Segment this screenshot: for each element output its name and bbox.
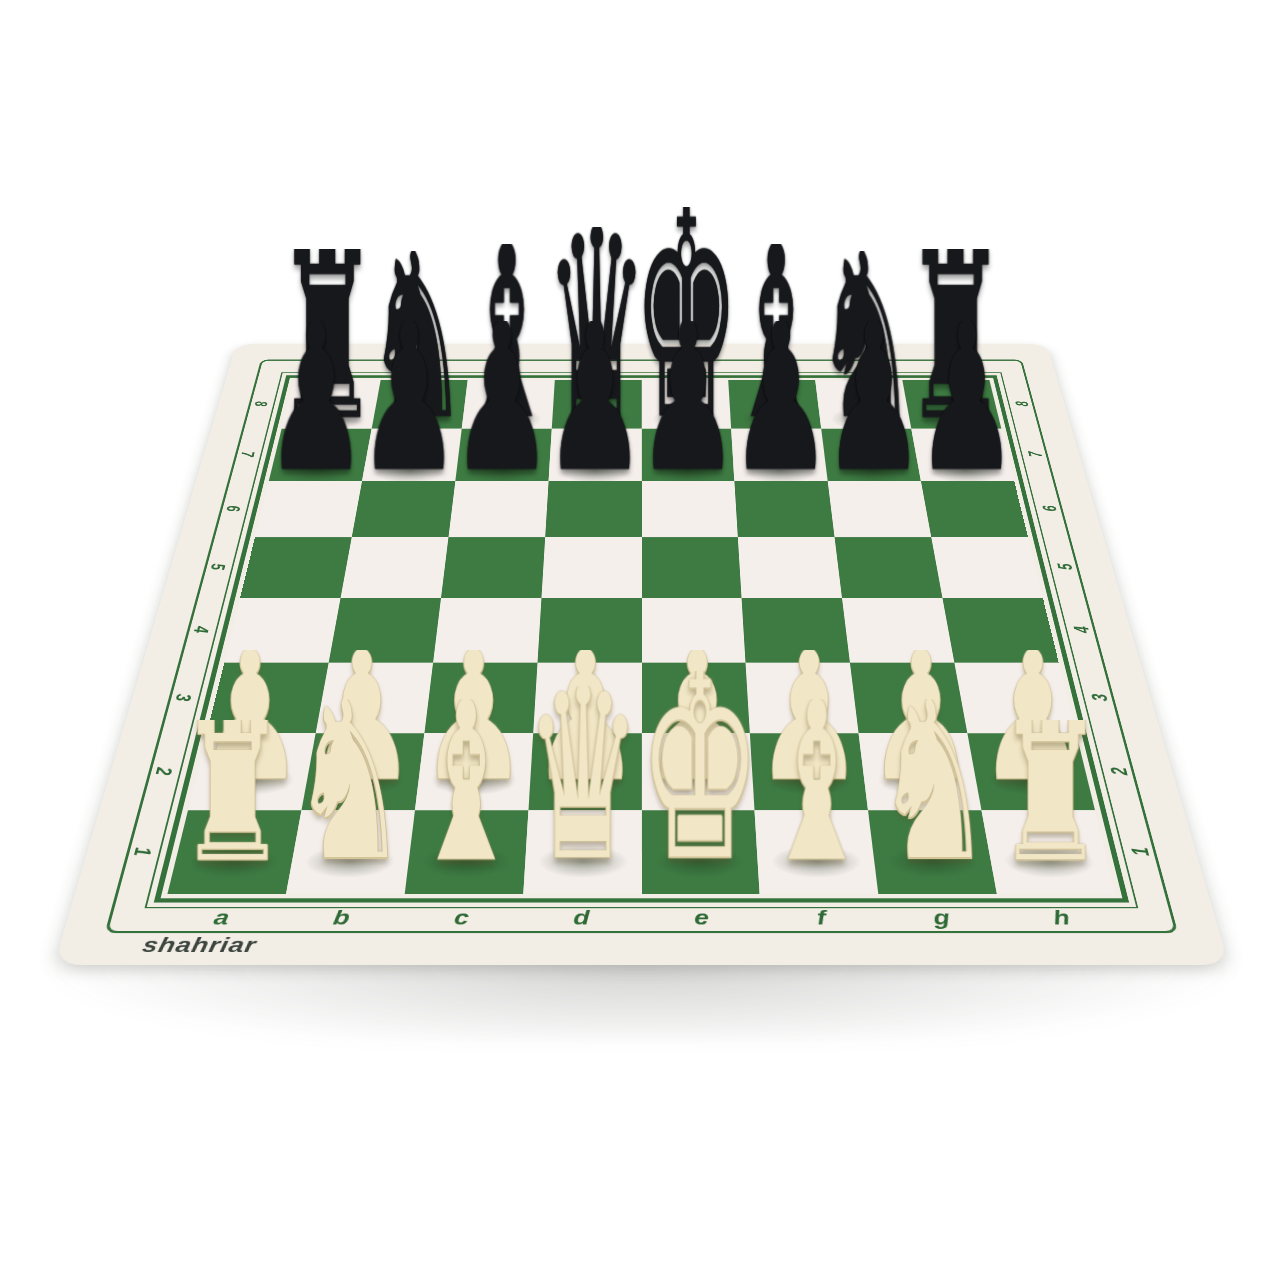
- square-e7[interactable]: ♟: [642, 429, 735, 481]
- file-label-e: e: [694, 907, 709, 930]
- rank-label-right-2: 2: [1106, 767, 1132, 775]
- file-label-b: b: [332, 907, 352, 930]
- square-c5[interactable]: [441, 537, 545, 597]
- piece-white-king-e1[interactable]: ♚: [638, 671, 761, 865]
- file-label-h: h: [1051, 907, 1072, 930]
- board-mat: ♜♞♝♛♚♝♞♜♟♟♟♟♟♟♟♟♟♟♟♟♟♟♟♟♜♞♝♛♚♝♞♜ shahria…: [54, 344, 1229, 965]
- piece-black-pawn-c7[interactable]: ♟: [450, 321, 554, 475]
- square-e1[interactable]: ♚: [642, 810, 761, 894]
- square-e6[interactable]: [642, 481, 739, 537]
- piece-black-pawn-d7[interactable]: ♟: [543, 321, 647, 475]
- square-h7[interactable]: ♟: [911, 429, 1014, 481]
- square-g1[interactable]: ♞: [868, 810, 997, 894]
- piece-black-pawn-e7[interactable]: ♟: [636, 321, 740, 475]
- rank-label-left-2: 2: [150, 767, 176, 775]
- square-a1[interactable]: ♜: [167, 810, 301, 894]
- piece-black-pawn-g7[interactable]: ♟: [822, 321, 926, 475]
- rank-label-left-5: 5: [206, 564, 229, 570]
- square-d1[interactable]: ♛: [523, 810, 642, 894]
- square-c7[interactable]: ♟: [455, 429, 551, 481]
- piece-white-queen-d1[interactable]: ♛: [525, 686, 642, 865]
- file-label-d: d: [573, 907, 590, 930]
- square-a6[interactable]: [255, 481, 362, 537]
- file-label-g: g: [932, 907, 952, 930]
- rank-label-right-5: 5: [1054, 564, 1077, 570]
- piece-black-pawn-b7[interactable]: ♟: [358, 321, 462, 475]
- rank-label-left-1: 1: [128, 847, 156, 856]
- square-h5[interactable]: [931, 537, 1042, 597]
- square-b5[interactable]: [341, 537, 449, 597]
- piece-black-pawn-a7[interactable]: ♟: [265, 321, 369, 475]
- brand-label: shahriar: [140, 934, 259, 957]
- piece-white-rook-a1[interactable]: ♜: [178, 720, 288, 865]
- piece-white-rook-h1[interactable]: ♜: [995, 720, 1105, 865]
- square-g7[interactable]: ♟: [821, 429, 921, 481]
- square-a5[interactable]: [240, 537, 351, 597]
- square-f1[interactable]: ♝: [755, 810, 879, 894]
- file-label-a: a: [212, 907, 232, 930]
- piece-white-bishop-f1[interactable]: ♝: [762, 699, 871, 865]
- square-b7[interactable]: ♟: [362, 429, 462, 481]
- rank-label-right-7: 7: [1025, 452, 1047, 457]
- chess-board-grid: ♜♞♝♛♚♝♞♜♟♟♟♟♟♟♟♟♟♟♟♟♟♟♟♟♜♞♝♛♚♝♞♜: [167, 380, 1115, 894]
- square-h6[interactable]: [921, 481, 1028, 537]
- square-c1[interactable]: ♝: [404, 810, 528, 894]
- square-h1[interactable]: ♜: [982, 810, 1116, 894]
- piece-black-pawn-f7[interactable]: ♟: [729, 321, 833, 475]
- file-label-c: c: [453, 907, 470, 930]
- piece-white-knight-b1[interactable]: ♞: [290, 699, 409, 865]
- square-d7[interactable]: ♟: [548, 429, 641, 481]
- square-g6[interactable]: [828, 481, 932, 537]
- square-f7[interactable]: ♟: [731, 429, 827, 481]
- square-b1[interactable]: ♞: [286, 810, 415, 894]
- rank-label-right-6: 6: [1039, 506, 1061, 512]
- piece-white-knight-g1[interactable]: ♞: [874, 699, 993, 865]
- piece-white-bishop-c1[interactable]: ♝: [412, 699, 521, 865]
- square-d5[interactable]: [541, 537, 641, 597]
- rank-label-left-6: 6: [221, 506, 243, 512]
- square-g5[interactable]: [835, 537, 943, 597]
- product-photo-scene: ♜♞♝♛♚♝♞♜♟♟♟♟♟♟♟♟♟♟♟♟♟♟♟♟♜♞♝♛♚♝♞♜ shahria…: [0, 0, 1280, 1280]
- square-c6[interactable]: [448, 481, 548, 537]
- square-e5[interactable]: [642, 537, 742, 597]
- rank-label-right-1: 1: [1127, 847, 1155, 856]
- square-a7[interactable]: ♟: [269, 429, 372, 481]
- square-f6[interactable]: [735, 481, 835, 537]
- square-d6[interactable]: [545, 481, 642, 537]
- square-b6[interactable]: [352, 481, 456, 537]
- file-label-f: f: [816, 907, 827, 930]
- rank-label-left-7: 7: [236, 452, 258, 457]
- square-f5[interactable]: [738, 537, 842, 597]
- piece-black-pawn-h7[interactable]: ♟: [915, 321, 1019, 475]
